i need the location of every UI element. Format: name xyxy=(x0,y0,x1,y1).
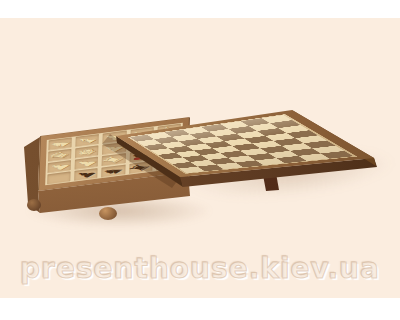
tray-slot: ♞ xyxy=(102,165,126,178)
box-foot-front xyxy=(99,207,117,220)
stored-piece: ♞ xyxy=(99,166,129,175)
stored-piece: ♟ xyxy=(72,158,102,167)
tray-slot: ♟ xyxy=(74,168,98,181)
bottom-white-band xyxy=(0,298,400,320)
stored-piece: ♚ xyxy=(72,147,102,156)
stored-piece: ♝ xyxy=(73,136,103,145)
stored-piece: ♛ xyxy=(45,151,75,160)
stored-piece: ♞ xyxy=(45,139,75,148)
product-photo: presenthouse.kiev.ua ♞♝♟♟♜♛♚♟♝♞♟♟♜♟♝♟♞♜♛ xyxy=(0,0,400,320)
box-foot-left xyxy=(27,199,41,211)
tray-slot xyxy=(47,171,71,184)
top-white-band xyxy=(0,0,400,18)
stored-piece: ♟ xyxy=(71,170,101,179)
watermark-text: presenthouse.kiev.ua xyxy=(0,252,400,285)
stored-piece: ♟ xyxy=(45,162,75,171)
